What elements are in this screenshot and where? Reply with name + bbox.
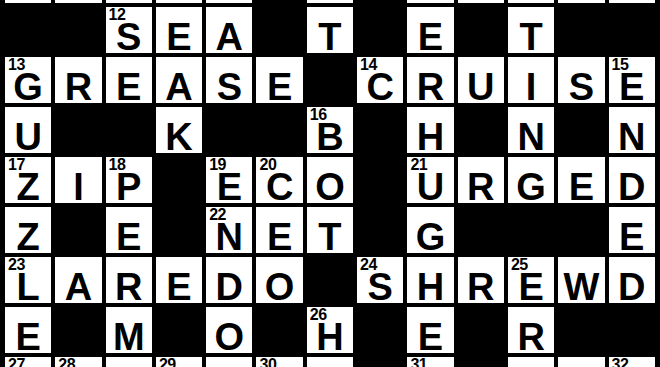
black-cell: [256, 7, 302, 53]
white-cell[interactable]: 13G: [5, 57, 51, 103]
cell-letter: C: [357, 72, 403, 103]
cell-letter: E: [106, 222, 152, 253]
white-cell[interactable]: 24S: [357, 257, 403, 303]
white-cell[interactable]: [106, 0, 152, 3]
cell-letter: P: [106, 172, 152, 203]
black-cell: [55, 107, 101, 153]
black-cell: [357, 207, 403, 253]
clue-number: 32: [612, 357, 629, 367]
white-cell[interactable]: [458, 0, 504, 3]
white-cell[interactable]: 29: [156, 357, 202, 367]
white-cell[interactable]: 14C: [357, 57, 403, 103]
cell-letter: Z: [5, 222, 51, 253]
cell-letter: R: [407, 72, 453, 103]
cell-letter: E: [156, 22, 202, 53]
white-cell[interactable]: N: [609, 107, 655, 153]
cell-letter: A: [206, 22, 252, 53]
cell-letter: A: [55, 272, 101, 303]
cell-letter: M: [106, 322, 152, 353]
cell-letter: E: [407, 322, 453, 353]
white-cell[interactable]: I: [508, 57, 554, 103]
white-cell[interactable]: D: [206, 257, 252, 303]
cell-letter: O: [256, 272, 302, 303]
white-cell[interactable]: 12S: [106, 7, 152, 53]
cell-letter: N: [609, 122, 655, 153]
black-cell: [156, 307, 202, 353]
cell-letter: T: [307, 222, 353, 253]
black-cell: [5, 7, 51, 53]
cell-letter: D: [206, 272, 252, 303]
white-cell[interactable]: U: [5, 107, 51, 153]
black-cell: [357, 107, 403, 153]
cell-letter: R: [458, 172, 504, 203]
black-cell: [357, 157, 403, 203]
cell-letter: U: [407, 172, 453, 203]
clue-number: 28: [58, 357, 75, 367]
cell-letter: B: [307, 122, 353, 153]
cell-letter: R: [106, 272, 152, 303]
white-cell[interactable]: [508, 0, 554, 3]
crossword-screenshot: 12SEATET13GREASE14CRUIS15EUK16BHNN17ZI18…: [0, 0, 660, 367]
white-cell[interactable]: A: [55, 257, 101, 303]
black-cell: [558, 207, 604, 253]
white-cell[interactable]: D: [609, 157, 655, 203]
white-cell[interactable]: I: [55, 157, 101, 203]
white-cell[interactable]: R: [458, 157, 504, 203]
white-cell[interactable]: [558, 0, 604, 3]
white-cell[interactable]: O: [307, 157, 353, 203]
white-cell[interactable]: R: [508, 307, 554, 353]
cell-letter: W: [558, 272, 604, 303]
cell-letter: L: [5, 272, 51, 303]
white-cell[interactable]: 22N: [206, 207, 252, 253]
cell-letter: E: [5, 322, 51, 353]
cell-letter: E: [508, 272, 554, 303]
white-cell[interactable]: H: [407, 107, 453, 153]
cell-letter: H: [407, 122, 453, 153]
white-cell[interactable]: E: [106, 207, 152, 253]
clue-number: 30: [259, 357, 276, 367]
white-cell[interactable]: 28: [55, 357, 101, 367]
cell-letter: R: [458, 272, 504, 303]
cell-letter: E: [407, 22, 453, 53]
black-cell: [357, 7, 403, 53]
white-cell[interactable]: 18P: [106, 157, 152, 203]
white-cell[interactable]: [5, 0, 51, 3]
black-cell: [307, 257, 353, 303]
white-cell[interactable]: 32: [609, 357, 655, 367]
white-cell[interactable]: N: [508, 107, 554, 153]
white-cell[interactable]: Z: [5, 207, 51, 253]
crossword-grid: 12SEATET13GREASE14CRUIS15EUK16BHNN17ZI18…: [0, 0, 660, 367]
white-cell[interactable]: E: [558, 157, 604, 203]
black-cell: [508, 207, 554, 253]
white-cell[interactable]: [307, 357, 353, 367]
white-cell[interactable]: R: [106, 257, 152, 303]
white-cell[interactable]: [558, 357, 604, 367]
cell-letter: I: [508, 72, 554, 103]
white-cell[interactable]: O: [206, 307, 252, 353]
black-cell: [256, 307, 302, 353]
white-cell[interactable]: E: [407, 307, 453, 353]
white-cell[interactable]: D: [609, 257, 655, 303]
cell-letter: S: [206, 72, 252, 103]
white-cell[interactable]: 31: [407, 357, 453, 367]
white-cell[interactable]: 20C: [256, 157, 302, 203]
cell-letter: O: [307, 172, 353, 203]
cell-letter: D: [609, 172, 655, 203]
cell-letter: N: [206, 222, 252, 253]
black-cell: [558, 307, 604, 353]
cell-letter: E: [206, 172, 252, 203]
black-cell: [256, 107, 302, 153]
black-cell: [558, 107, 604, 153]
white-cell[interactable]: O: [256, 257, 302, 303]
white-cell[interactable]: 23L: [5, 257, 51, 303]
white-cell[interactable]: [55, 0, 101, 3]
cell-letter: U: [5, 122, 51, 153]
black-cell: [55, 207, 101, 253]
black-cell: [357, 0, 403, 3]
black-cell: [458, 357, 504, 367]
cell-letter: E: [256, 72, 302, 103]
white-cell[interactable]: K: [156, 107, 202, 153]
clue-number: 27: [8, 357, 25, 367]
black-cell: [357, 307, 403, 353]
white-cell[interactable]: E: [106, 57, 152, 103]
white-cell[interactable]: H: [407, 257, 453, 303]
white-cell[interactable]: 17Z: [5, 157, 51, 203]
white-cell[interactable]: E: [156, 257, 202, 303]
cell-letter: S: [558, 72, 604, 103]
white-cell[interactable]: G: [407, 207, 453, 253]
black-cell: [357, 357, 403, 367]
white-cell[interactable]: R: [407, 57, 453, 103]
black-cell: [458, 207, 504, 253]
white-cell[interactable]: U: [458, 57, 504, 103]
cell-letter: R: [508, 322, 554, 353]
black-cell: [458, 7, 504, 53]
cell-letter: I: [55, 172, 101, 203]
black-cell: [206, 107, 252, 153]
white-cell[interactable]: E: [256, 207, 302, 253]
black-cell: [156, 157, 202, 203]
cell-letter: T: [508, 22, 554, 53]
black-cell: [458, 307, 504, 353]
black-cell: [55, 7, 101, 53]
white-cell[interactable]: R: [55, 57, 101, 103]
cell-letter: D: [609, 272, 655, 303]
white-cell[interactable]: A: [206, 7, 252, 53]
black-cell: [558, 7, 604, 53]
cell-letter: N: [508, 122, 554, 153]
clue-number: 29: [159, 357, 176, 367]
cell-letter: E: [106, 72, 152, 103]
black-cell: [55, 307, 101, 353]
white-cell[interactable]: 19E: [206, 157, 252, 203]
white-cell[interactable]: S: [558, 57, 604, 103]
cell-letter: H: [307, 322, 353, 353]
cell-letter: K: [156, 122, 202, 153]
cell-letter: U: [458, 72, 504, 103]
black-cell: [256, 0, 302, 3]
cell-letter: S: [357, 272, 403, 303]
cell-letter: E: [609, 72, 655, 103]
cell-letter: G: [407, 222, 453, 253]
cell-letter: S: [106, 22, 152, 53]
white-cell[interactable]: W: [558, 257, 604, 303]
white-cell[interactable]: [206, 357, 252, 367]
cell-letter: A: [156, 72, 202, 103]
white-cell[interactable]: E: [256, 57, 302, 103]
white-cell[interactable]: 25E: [508, 257, 554, 303]
white-cell[interactable]: T: [307, 7, 353, 53]
clue-number: 31: [410, 357, 427, 367]
cell-letter: G: [508, 172, 554, 203]
white-cell[interactable]: E: [156, 7, 202, 53]
white-cell[interactable]: 30: [256, 357, 302, 367]
white-cell[interactable]: G: [508, 157, 554, 203]
black-cell: [458, 107, 504, 153]
white-cell[interactable]: [307, 0, 353, 3]
white-cell[interactable]: 15E: [609, 57, 655, 103]
cell-letter: E: [156, 272, 202, 303]
white-cell[interactable]: E: [609, 207, 655, 253]
black-cell: [156, 207, 202, 253]
white-cell[interactable]: [609, 0, 655, 3]
white-cell[interactable]: T: [508, 7, 554, 53]
cell-letter: T: [307, 22, 353, 53]
white-cell[interactable]: 21U: [407, 157, 453, 203]
cell-letter: R: [55, 72, 101, 103]
white-cell[interactable]: E: [5, 307, 51, 353]
white-cell[interactable]: 16B: [307, 107, 353, 153]
cell-letter: E: [609, 222, 655, 253]
black-cell: [307, 57, 353, 103]
cell-letter: G: [5, 72, 51, 103]
white-cell[interactable]: A: [156, 57, 202, 103]
cell-letter: E: [256, 222, 302, 253]
white-cell[interactable]: T: [307, 207, 353, 253]
cell-letter: H: [407, 272, 453, 303]
white-cell[interactable]: [407, 0, 453, 3]
black-cell: [609, 307, 655, 353]
black-cell: [106, 107, 152, 153]
white-cell[interactable]: 26H: [307, 307, 353, 353]
cell-letter: Z: [5, 172, 51, 203]
white-cell[interactable]: [106, 357, 152, 367]
cell-letter: C: [256, 172, 302, 203]
white-cell[interactable]: R: [458, 257, 504, 303]
black-cell: [609, 7, 655, 53]
white-cell[interactable]: E: [407, 7, 453, 53]
white-cell[interactable]: [206, 0, 252, 3]
white-cell[interactable]: [508, 357, 554, 367]
white-cell[interactable]: [156, 0, 202, 3]
white-cell[interactable]: M: [106, 307, 152, 353]
cell-letter: E: [558, 172, 604, 203]
white-cell[interactable]: 27: [5, 357, 51, 367]
white-cell[interactable]: S: [206, 57, 252, 103]
cell-letter: O: [206, 322, 252, 353]
